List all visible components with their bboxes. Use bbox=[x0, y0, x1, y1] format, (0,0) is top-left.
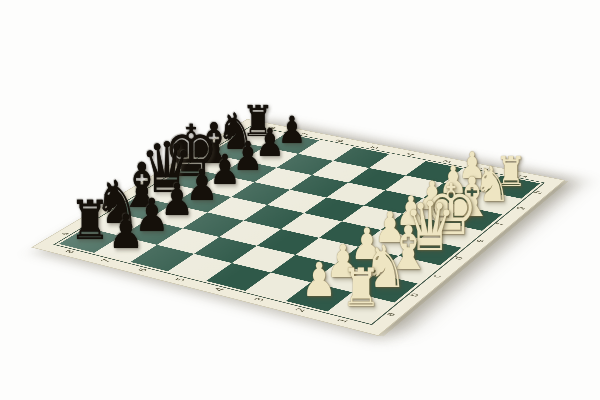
file-label: f bbox=[495, 223, 506, 226]
rank-label: 8 bbox=[64, 250, 76, 255]
file-label: c bbox=[112, 201, 123, 205]
file-label: d bbox=[453, 256, 466, 261]
chess-board: aa88bb77cc66dd55ee44ff33gg22hh11 bbox=[33, 120, 564, 336]
file-label: e bbox=[161, 171, 172, 175]
rank-label: 2 bbox=[480, 167, 492, 171]
file-label: h bbox=[229, 131, 240, 134]
rank-label: 3 bbox=[442, 160, 454, 164]
rank-label: 4 bbox=[406, 153, 417, 157]
chess-set-photo: aa88bb77cc66dd55ee44ff33gg22hh11 ♜♞♝♛♚♝♞… bbox=[0, 0, 600, 400]
rank-label: 2 bbox=[294, 308, 308, 313]
rank-label: 3 bbox=[253, 297, 266, 302]
board-grid bbox=[59, 127, 540, 322]
rank-label: 7 bbox=[301, 133, 312, 136]
rank-label: 6 bbox=[137, 268, 150, 273]
rank-label: 5 bbox=[370, 146, 381, 150]
rank-label: 8 bbox=[267, 126, 278, 129]
file-label: g bbox=[207, 144, 218, 148]
file-label: e bbox=[474, 239, 487, 244]
file-label: b bbox=[408, 292, 422, 297]
file-label: h bbox=[533, 190, 545, 194]
rank-label: 1 bbox=[337, 318, 351, 324]
rank-label: 1 bbox=[518, 174, 530, 178]
rank-label: 6 bbox=[335, 139, 346, 143]
file-label: a bbox=[384, 312, 398, 317]
file-label: f bbox=[185, 158, 195, 161]
rank-label: 7 bbox=[100, 259, 113, 264]
file-label: d bbox=[137, 186, 149, 190]
file-label: g bbox=[514, 206, 526, 210]
rank-label: 4 bbox=[214, 287, 227, 292]
file-label: b bbox=[86, 216, 98, 220]
file-label: a bbox=[59, 232, 71, 236]
rank-label: 5 bbox=[175, 277, 188, 282]
file-label: c bbox=[431, 274, 444, 279]
